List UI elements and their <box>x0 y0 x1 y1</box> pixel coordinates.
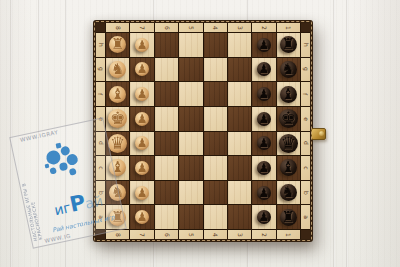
clasp-knob-icon <box>319 131 324 136</box>
pawn-glyph-icon: ♟ <box>137 63 148 75</box>
pawn-glyph-icon: ♟ <box>259 63 270 75</box>
bishop-glyph-icon: ♝ <box>282 160 295 175</box>
piece-black-knight: ♞ <box>277 58 300 82</box>
square-g5 <box>179 58 202 82</box>
square-h1: ♜ <box>277 33 300 57</box>
bottom-label-1: 1 <box>277 230 300 239</box>
piece-black-pawn: ♟ <box>252 181 275 205</box>
rook-glyph-icon: ♜ <box>111 210 124 225</box>
coordinate-label: a <box>98 215 104 219</box>
coordinate-label: 4 <box>212 233 218 237</box>
piece-white-pawn: ♟ <box>130 205 153 229</box>
brand-prefix: иг <box>53 199 72 218</box>
coordinate-label: 8 <box>115 233 121 237</box>
square-g6 <box>155 58 178 82</box>
watermark-site-bottom: WWW.IG <box>44 233 72 244</box>
square-g1: ♞ <box>277 58 300 82</box>
pawn-glyph-icon: ♟ <box>259 211 270 223</box>
left-label-a: a <box>96 205 105 229</box>
pawn-glyph-icon: ♟ <box>259 113 270 125</box>
piece-black-pawn: ♟ <box>252 107 275 131</box>
coordinate-label: 2 <box>261 233 267 237</box>
piece-white-rook: ♜ <box>106 205 129 229</box>
square-f1: ♝ <box>277 82 300 106</box>
pawn-glyph-icon: ♟ <box>259 39 270 51</box>
coordinate-label: 5 <box>188 233 194 237</box>
knight-glyph-icon: ♞ <box>282 62 295 77</box>
coordinate-label: 3 <box>237 26 243 30</box>
frame-corner <box>301 23 310 32</box>
square-h4 <box>204 33 227 57</box>
coordinate-label: g <box>98 68 104 72</box>
right-label-e: e <box>301 107 310 131</box>
left-label-h: h <box>96 33 105 57</box>
frame-corner <box>301 230 310 239</box>
square-e6 <box>155 107 178 131</box>
square-d6 <box>155 132 178 156</box>
square-a8: ♜ <box>106 205 129 229</box>
square-f4 <box>204 82 227 106</box>
square-a2: ♟ <box>252 205 275 229</box>
photo-scene: 87654321h♜♟♟♜hg♞♟♟♞gf♝♟♟♝fe♚♟♟♚ed♛♟♟♛dc♝… <box>0 0 400 267</box>
top-label-7: 7 <box>130 23 153 32</box>
square-b6 <box>155 181 178 205</box>
right-label-c: c <box>301 156 310 180</box>
square-d5 <box>179 132 202 156</box>
coordinate-label: 2 <box>261 26 267 30</box>
right-label-a: a <box>301 205 310 229</box>
brass-clasp <box>311 126 326 141</box>
pawn-glyph-icon: ♟ <box>259 162 270 174</box>
top-label-2: 2 <box>252 23 275 32</box>
pawn-glyph-icon: ♟ <box>259 88 270 100</box>
coordinate-label: 3 <box>237 233 243 237</box>
plank-gap <box>38 0 40 267</box>
piece-black-pawn: ♟ <box>252 156 275 180</box>
square-g4 <box>204 58 227 82</box>
bottom-label-2: 2 <box>252 230 275 239</box>
pawn-glyph-icon: ♟ <box>259 187 270 199</box>
square-e7: ♟ <box>130 107 153 131</box>
left-label-b: b <box>96 181 105 205</box>
bishop-glyph-icon: ♝ <box>111 160 124 175</box>
square-f8: ♝ <box>106 82 129 106</box>
piece-white-rook: ♜ <box>106 33 129 57</box>
fold-seam <box>203 20 204 242</box>
piece-white-pawn: ♟ <box>130 181 153 205</box>
square-d1: ♛ <box>277 132 300 156</box>
square-g8: ♞ <box>106 58 129 82</box>
coordinate-label: c <box>303 166 309 169</box>
piece-white-queen: ♛ <box>106 132 129 156</box>
square-b7: ♟ <box>130 181 153 205</box>
square-d3 <box>228 132 251 156</box>
left-label-c: c <box>96 156 105 180</box>
bottom-label-4: 4 <box>204 230 227 239</box>
plank-gap <box>346 0 348 267</box>
pawn-glyph-icon: ♟ <box>259 137 270 149</box>
pawn-glyph-icon: ♟ <box>137 211 148 223</box>
square-h6 <box>155 33 178 57</box>
coordinate-label: b <box>98 191 104 195</box>
square-d8: ♛ <box>106 132 129 156</box>
coordinate-label: 7 <box>139 233 145 237</box>
square-e2: ♟ <box>252 107 275 131</box>
pawn-glyph-icon: ♟ <box>137 137 148 149</box>
bottom-label-5: 5 <box>179 230 202 239</box>
square-h7: ♟ <box>130 33 153 57</box>
pawn-glyph-icon: ♟ <box>137 162 148 174</box>
piece-white-pawn: ♟ <box>130 107 153 131</box>
knight-glyph-icon: ♞ <box>111 185 124 200</box>
pawn-glyph-icon: ♟ <box>137 39 148 51</box>
piece-black-king: ♚ <box>277 107 300 131</box>
coordinate-label: 1 <box>285 233 291 237</box>
piece-white-pawn: ♟ <box>130 82 153 106</box>
rook-glyph-icon: ♜ <box>111 37 124 52</box>
left-label-e: e <box>96 107 105 131</box>
square-b3 <box>228 181 251 205</box>
coordinate-label: b <box>303 191 309 195</box>
left-label-g: g <box>96 58 105 82</box>
square-f7: ♟ <box>130 82 153 106</box>
square-a3 <box>228 205 251 229</box>
coordinate-label: 1 <box>285 26 291 30</box>
piece-black-rook: ♜ <box>277 33 300 57</box>
piece-black-pawn: ♟ <box>252 132 275 156</box>
top-label-1: 1 <box>277 23 300 32</box>
frame-corner <box>96 23 105 32</box>
coordinate-label: 6 <box>163 233 169 237</box>
square-e8: ♚ <box>106 107 129 131</box>
coordinate-label: 6 <box>163 26 169 30</box>
plank-gap <box>333 0 335 267</box>
coordinate-label: 4 <box>212 26 218 30</box>
square-c1: ♝ <box>277 156 300 180</box>
square-d4 <box>204 132 227 156</box>
top-label-5: 5 <box>179 23 202 32</box>
plank-gap <box>65 0 67 267</box>
piece-white-bishop: ♝ <box>106 82 129 106</box>
left-label-f: f <box>96 82 105 106</box>
square-e1: ♚ <box>277 107 300 131</box>
square-a1: ♜ <box>277 205 300 229</box>
coordinate-label: c <box>98 166 104 169</box>
square-h8: ♜ <box>106 33 129 57</box>
bottom-label-8: 8 <box>106 230 129 239</box>
square-h5 <box>179 33 202 57</box>
piece-white-pawn: ♟ <box>130 58 153 82</box>
pawn-glyph-icon: ♟ <box>137 88 148 100</box>
right-label-f: f <box>301 82 310 106</box>
queen-glyph-icon: ♛ <box>281 135 296 152</box>
square-c6 <box>155 156 178 180</box>
piece-black-queen: ♛ <box>277 132 300 156</box>
left-label-d: d <box>96 132 105 156</box>
square-h3 <box>228 33 251 57</box>
coordinate-label: e <box>97 117 103 121</box>
coordinate-label: d <box>303 141 309 145</box>
top-label-8: 8 <box>106 23 129 32</box>
chess-board: 87654321h♜♟♟♜hg♞♟♟♞gf♝♟♟♝fe♚♟♟♚ed♛♟♟♛dc♝… <box>93 20 313 242</box>
coordinate-label: g <box>303 68 309 72</box>
piece-black-knight: ♞ <box>277 181 300 205</box>
square-g3 <box>228 58 251 82</box>
piece-black-rook: ♜ <box>277 205 300 229</box>
top-label-4: 4 <box>204 23 227 32</box>
bottom-label-3: 3 <box>228 230 251 239</box>
queen-glyph-icon: ♛ <box>110 135 125 152</box>
knight-glyph-icon: ♞ <box>282 185 295 200</box>
king-glyph-icon: ♚ <box>110 110 125 127</box>
plank-gap <box>10 0 12 267</box>
square-b5 <box>179 181 202 205</box>
piece-black-pawn: ♟ <box>252 58 275 82</box>
piece-white-pawn: ♟ <box>130 33 153 57</box>
square-c4 <box>204 156 227 180</box>
coordinate-label: 7 <box>139 26 145 30</box>
pawn-glyph-icon: ♟ <box>137 113 148 125</box>
piece-white-knight: ♞ <box>106 181 129 205</box>
square-b1: ♞ <box>277 181 300 205</box>
square-e5 <box>179 107 202 131</box>
king-glyph-icon: ♚ <box>281 110 296 127</box>
square-f5 <box>179 82 202 106</box>
square-b2: ♟ <box>252 181 275 205</box>
coordinate-label: f <box>303 93 309 95</box>
piece-white-pawn: ♟ <box>130 132 153 156</box>
square-c7: ♟ <box>130 156 153 180</box>
coordinate-label: f <box>98 93 104 95</box>
right-label-d: d <box>301 132 310 156</box>
square-f3 <box>228 82 251 106</box>
piece-black-pawn: ♟ <box>252 205 275 229</box>
square-c3 <box>228 156 251 180</box>
piece-black-bishop: ♝ <box>277 156 300 180</box>
piece-black-bishop: ♝ <box>277 82 300 106</box>
bishop-glyph-icon: ♝ <box>111 87 124 102</box>
top-label-6: 6 <box>155 23 178 32</box>
square-a5 <box>179 205 202 229</box>
square-d7: ♟ <box>130 132 153 156</box>
square-e4 <box>204 107 227 131</box>
piece-black-pawn: ♟ <box>252 33 275 57</box>
coordinate-label: 5 <box>188 26 194 30</box>
coordinate-label: d <box>98 141 104 145</box>
square-a6 <box>155 205 178 229</box>
piece-white-bishop: ♝ <box>106 156 129 180</box>
watermark-logo-icon <box>39 138 86 191</box>
frame-corner <box>96 230 105 239</box>
square-b8: ♞ <box>106 181 129 205</box>
coordinate-label: e <box>302 117 308 121</box>
rook-glyph-icon: ♜ <box>282 210 295 225</box>
right-label-b: b <box>301 181 310 205</box>
bishop-glyph-icon: ♝ <box>282 87 295 102</box>
coordinate-label: h <box>98 43 104 47</box>
piece-black-pawn: ♟ <box>252 82 275 106</box>
rook-glyph-icon: ♜ <box>282 37 295 52</box>
piece-white-pawn: ♟ <box>130 156 153 180</box>
square-c2: ♟ <box>252 156 275 180</box>
square-d2: ♟ <box>252 132 275 156</box>
square-c8: ♝ <box>106 156 129 180</box>
coordinate-label: 8 <box>115 26 121 30</box>
bottom-label-6: 6 <box>155 230 178 239</box>
coordinate-label: h <box>303 43 309 47</box>
top-label-3: 3 <box>228 23 251 32</box>
bottom-label-7: 7 <box>130 230 153 239</box>
piece-white-king: ♚ <box>106 107 129 131</box>
square-f6 <box>155 82 178 106</box>
square-a4 <box>204 205 227 229</box>
square-a7: ♟ <box>130 205 153 229</box>
square-b4 <box>204 181 227 205</box>
right-label-g: g <box>301 58 310 82</box>
knight-glyph-icon: ♞ <box>111 62 124 77</box>
piece-white-knight: ♞ <box>106 58 129 82</box>
square-c5 <box>179 156 202 180</box>
pawn-glyph-icon: ♟ <box>137 187 148 199</box>
brand-capital: Р <box>68 190 88 217</box>
coordinate-label: a <box>303 215 309 219</box>
square-h2: ♟ <box>252 33 275 57</box>
square-f2: ♟ <box>252 82 275 106</box>
square-g2: ♟ <box>252 58 275 82</box>
square-e3 <box>228 107 251 131</box>
square-g7: ♟ <box>130 58 153 82</box>
right-label-h: h <box>301 33 310 57</box>
